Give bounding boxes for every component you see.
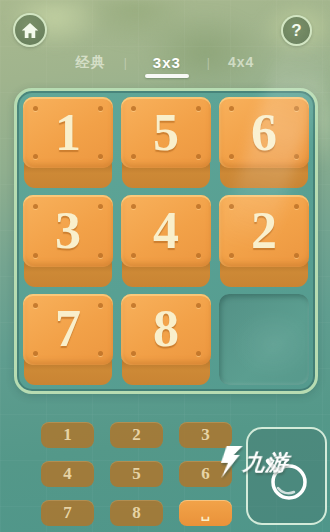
reference-cell-8: 8	[110, 500, 163, 526]
screw-dot	[98, 303, 103, 308]
screw-dot	[229, 204, 234, 209]
tile-3[interactable]: 3	[23, 195, 113, 286]
tile-face: 1	[23, 97, 113, 168]
screw-dot	[196, 204, 201, 209]
tile-face: 6	[219, 97, 309, 168]
tile-face: 8	[121, 294, 211, 365]
mode-tabs: 经典 | 3x3 | 4x4	[0, 52, 330, 78]
screw-dot	[98, 154, 103, 159]
tab-classic[interactable]: 经典	[76, 52, 106, 72]
tile-number: 1	[55, 107, 81, 159]
screw-dot	[294, 204, 299, 209]
screw-dot	[33, 303, 38, 308]
screw-dot	[98, 106, 103, 111]
reference-cell-1: 1	[41, 422, 94, 448]
screw-dot	[131, 351, 136, 356]
tile-1[interactable]: 1	[23, 97, 113, 188]
tile-number: 7	[55, 303, 81, 355]
screw-dot	[294, 154, 299, 159]
tile-7[interactable]: 7	[23, 294, 113, 385]
tile-face: 4	[121, 195, 211, 266]
tile-number: 4	[153, 205, 179, 257]
tile-5[interactable]: 5	[121, 97, 211, 188]
tab-separator: |	[124, 52, 127, 70]
tile-6[interactable]: 6	[219, 97, 309, 188]
tile-number: 8	[153, 303, 179, 355]
tab-separator: |	[207, 52, 210, 70]
screw-dot	[196, 154, 201, 159]
tile-number: 6	[251, 107, 277, 159]
screw-dot	[33, 351, 38, 356]
question-mark-icon: ?	[291, 21, 301, 41]
home-icon	[21, 22, 39, 39]
tile-face: 3	[23, 195, 113, 266]
reference-cell-2: 2	[110, 422, 163, 448]
reference-cell-6: 6	[179, 461, 232, 487]
screw-dot	[33, 154, 38, 159]
screw-dot	[294, 106, 299, 111]
puzzle-board: 15634278	[14, 88, 318, 394]
screw-dot	[196, 253, 201, 258]
screw-dot	[196, 106, 201, 111]
tab-3x3[interactable]: 3x3	[145, 52, 189, 78]
tile-2[interactable]: 2	[219, 195, 309, 286]
tile-number: 3	[55, 205, 81, 257]
help-button[interactable]: ?	[281, 15, 312, 46]
screw-dot	[33, 106, 38, 111]
screw-dot	[131, 253, 136, 258]
tile-face: 7	[23, 294, 113, 365]
tile-number: 5	[153, 107, 179, 159]
preview-button[interactable]	[246, 427, 327, 525]
magnifier-icon	[261, 445, 313, 507]
screw-dot	[294, 253, 299, 258]
screw-dot	[196, 303, 201, 308]
tile-4[interactable]: 4	[121, 195, 211, 286]
home-button[interactable]	[13, 13, 47, 47]
tile-8[interactable]: 8	[121, 294, 211, 385]
screw-dot	[229, 154, 234, 159]
screw-dot	[196, 351, 201, 356]
screw-dot	[131, 106, 136, 111]
tab-4x4[interactable]: 4x4	[228, 52, 254, 70]
screw-dot	[131, 303, 136, 308]
reference-cell-4: 4	[41, 461, 94, 487]
empty-cell	[219, 294, 309, 385]
board-grid: 15634278	[23, 97, 309, 385]
screw-dot	[98, 253, 103, 258]
app-screen: ? 经典 | 3x3 | 4x4 15634278 12345678␣ 九游	[0, 0, 330, 532]
reference-blank-cell: ␣	[179, 500, 232, 526]
reference-cell-3: 3	[179, 422, 232, 448]
screw-dot	[98, 204, 103, 209]
tile-number: 2	[251, 205, 277, 257]
screw-dot	[131, 204, 136, 209]
tile-face: 2	[219, 195, 309, 266]
tile-face: 5	[121, 97, 211, 168]
screw-dot	[98, 351, 103, 356]
screw-dot	[33, 204, 38, 209]
reference-cell-7: 7	[41, 500, 94, 526]
screw-dot	[229, 253, 234, 258]
reference-cell-5: 5	[110, 461, 163, 487]
screw-dot	[229, 106, 234, 111]
screw-dot	[33, 253, 38, 258]
goal-reference-pad: 12345678␣	[41, 422, 232, 526]
screw-dot	[131, 154, 136, 159]
